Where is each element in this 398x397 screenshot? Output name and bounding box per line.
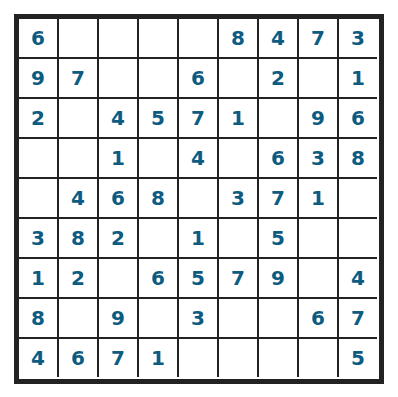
cell-r3c8[interactable]: 9 (299, 99, 339, 142)
cell-r3c6[interactable]: 1 (219, 99, 262, 142)
cell-r6c7[interactable]: 5 (259, 219, 299, 262)
cell-r7c9[interactable]: 4 (339, 259, 377, 299)
cell-r5c5[interactable] (179, 179, 219, 219)
cell-r6c3[interactable]: 2 (99, 219, 142, 262)
cell-r8c7[interactable] (259, 299, 299, 339)
cell-r7c6[interactable]: 7 (219, 259, 262, 299)
cell-r8c1[interactable]: 8 (19, 299, 59, 339)
cell-r6c5[interactable]: 1 (179, 219, 219, 262)
cell-r9c3[interactable]: 7 (99, 339, 142, 377)
cell-r3c1[interactable]: 2 (19, 99, 59, 142)
cell-r2c8[interactable] (299, 59, 339, 99)
cell-r5c8[interactable]: 1 (299, 179, 339, 219)
cell-r6c6[interactable] (219, 219, 262, 262)
cell-r7c1[interactable]: 1 (19, 259, 59, 299)
cell-r6c9[interactable] (339, 219, 377, 262)
cell-r3c3[interactable]: 4 (99, 99, 142, 142)
cell-r1c3[interactable] (99, 19, 142, 59)
cell-r3c7[interactable] (259, 99, 299, 142)
cell-r2c9[interactable]: 1 (339, 59, 377, 99)
cell-r9c9[interactable]: 5 (339, 339, 377, 377)
cell-r4c8[interactable]: 3 (299, 139, 339, 179)
cell-r4c5[interactable]: 4 (179, 139, 219, 179)
cell-r3c9[interactable]: 6 (339, 99, 377, 142)
cell-r1c6[interactable]: 8 (219, 19, 262, 59)
cell-r2c5[interactable]: 6 (179, 59, 219, 99)
cell-r7c3[interactable] (99, 259, 142, 299)
cell-r9c5[interactable] (179, 339, 219, 377)
cell-r4c1[interactable] (19, 139, 59, 179)
cell-r8c5[interactable]: 3 (179, 299, 219, 339)
cell-r6c4[interactable] (139, 219, 179, 262)
cell-r7c2[interactable]: 2 (59, 259, 99, 299)
cell-r4c3[interactable]: 1 (99, 139, 142, 179)
cell-r4c4[interactable] (139, 139, 179, 179)
cell-r5c2[interactable]: 4 (59, 179, 99, 219)
cell-r1c8[interactable]: 7 (299, 19, 339, 59)
cell-r2c3[interactable] (99, 59, 142, 99)
cell-r7c5[interactable]: 5 (179, 259, 219, 299)
cell-r4c7[interactable]: 6 (259, 139, 299, 179)
cell-r2c1[interactable]: 9 (19, 59, 59, 99)
cell-r9c8[interactable] (299, 339, 339, 377)
cell-r5c3[interactable]: 6 (99, 179, 142, 219)
cell-r8c4[interactable] (139, 299, 179, 339)
cell-r5c9[interactable] (339, 179, 377, 219)
cell-r5c7[interactable]: 7 (259, 179, 299, 219)
cell-r4c9[interactable]: 8 (339, 139, 377, 179)
cell-r7c4[interactable]: 6 (139, 259, 179, 299)
cell-r1c4[interactable] (139, 19, 179, 59)
cell-r1c1[interactable]: 6 (19, 19, 59, 59)
cell-r6c8[interactable] (299, 219, 339, 262)
cell-r1c9[interactable]: 3 (339, 19, 377, 59)
cell-r1c7[interactable]: 4 (259, 19, 299, 59)
cell-r5c6[interactable]: 3 (219, 179, 262, 219)
cell-r5c1[interactable] (19, 179, 59, 219)
cell-r5c4[interactable]: 8 (139, 179, 179, 219)
cell-r8c2[interactable] (59, 299, 99, 339)
cell-r9c4[interactable]: 1 (139, 339, 179, 377)
cell-r6c1[interactable]: 3 (19, 219, 59, 262)
cell-r3c5[interactable]: 7 (179, 99, 219, 142)
cell-r7c7[interactable]: 9 (259, 259, 299, 299)
cell-r9c2[interactable]: 6 (59, 339, 99, 377)
cell-r8c6[interactable] (219, 299, 262, 339)
cell-r8c9[interactable]: 7 (339, 299, 377, 339)
sudoku-board: 6847397621245719614638468371382151265794… (14, 14, 384, 384)
cell-r9c6[interactable] (219, 339, 262, 377)
cell-r8c8[interactable]: 6 (299, 299, 339, 339)
cell-r7c8[interactable] (299, 259, 339, 299)
cell-r2c4[interactable] (139, 59, 179, 99)
cell-r4c2[interactable] (59, 139, 99, 179)
cell-r1c2[interactable] (59, 19, 99, 59)
cell-r4c6[interactable] (219, 139, 262, 179)
cell-r8c3[interactable]: 9 (99, 299, 142, 339)
cell-r1c5[interactable] (179, 19, 219, 59)
cell-r2c7[interactable]: 2 (259, 59, 299, 99)
cell-r9c1[interactable]: 4 (19, 339, 59, 377)
cell-r3c4[interactable]: 5 (139, 99, 179, 142)
cell-r2c6[interactable] (219, 59, 262, 99)
cell-r2c2[interactable]: 7 (59, 59, 99, 99)
cell-r3c2[interactable] (59, 99, 99, 142)
cell-r6c2[interactable]: 8 (59, 219, 99, 262)
cell-r9c7[interactable] (259, 339, 299, 377)
